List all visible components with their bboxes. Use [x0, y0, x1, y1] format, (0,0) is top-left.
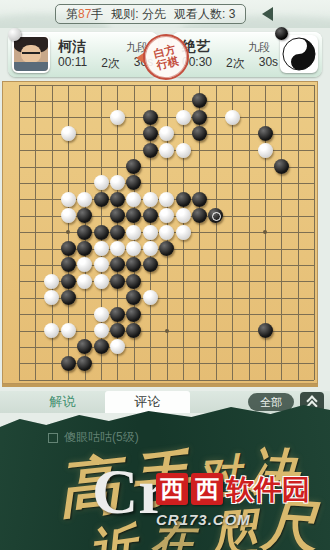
move-info-pill: 第87手 规则: 分先 观看人数: 3	[55, 4, 246, 24]
star-point	[165, 329, 169, 333]
white-stone	[159, 192, 174, 207]
black-stone	[176, 192, 191, 207]
black-stone	[77, 208, 92, 223]
white-stone	[61, 126, 76, 141]
black-stone	[126, 257, 141, 272]
black-stone	[126, 175, 141, 190]
black-stone	[110, 307, 125, 322]
white-stone	[77, 257, 92, 272]
grid-line-v	[232, 85, 233, 380]
black-stone	[143, 143, 158, 158]
byoyomi-periods: 2次	[226, 55, 245, 72]
white-stone	[94, 307, 109, 322]
avatar-shirt	[14, 62, 48, 71]
white-stone	[225, 110, 240, 125]
main-time: 00:11	[58, 55, 87, 72]
grid-line-v	[298, 85, 299, 380]
black-stone	[192, 110, 207, 125]
black-stone	[126, 159, 141, 174]
white-stone	[44, 290, 59, 305]
black-stone	[61, 241, 76, 256]
white-stone	[176, 143, 191, 158]
white-stone	[126, 192, 141, 207]
white-stone	[94, 274, 109, 289]
white-stone	[159, 143, 174, 158]
watermark-site-name: 软件园	[226, 471, 310, 509]
avatar-glasses	[22, 52, 40, 58]
black-stone	[159, 241, 174, 256]
black-stone	[110, 208, 125, 223]
collapse-arrow-icon[interactable]	[262, 7, 273, 21]
white-stone	[110, 110, 125, 125]
white-stone	[126, 225, 141, 240]
grid-line-h	[19, 314, 314, 315]
top-status-bar: 第87手 规则: 分先 观看人数: 3	[0, 0, 330, 28]
white-stone	[61, 323, 76, 338]
player-panel-black: 绝艺 九段 00:30 2次 30s	[172, 32, 322, 77]
byoyomi-seconds: 30s	[259, 55, 278, 72]
black-stone	[192, 208, 207, 223]
white-stone	[44, 274, 59, 289]
avatar-kejie[interactable]	[12, 35, 50, 73]
white-stone	[143, 225, 158, 240]
black-stone	[61, 290, 76, 305]
tab-commentary[interactable]: 解说	[20, 391, 105, 413]
black-stone	[192, 126, 207, 141]
black-stone	[110, 257, 125, 272]
grid-line-v	[281, 85, 282, 380]
watermark-domain: CR173.COM	[156, 511, 251, 528]
star-point	[263, 230, 267, 234]
grid-line-v	[314, 85, 315, 380]
black-stone-icon	[275, 27, 288, 40]
black-stone	[110, 225, 125, 240]
white-stone	[77, 192, 92, 207]
white-stone	[159, 208, 174, 223]
white-stone	[143, 241, 158, 256]
black-stone	[192, 192, 207, 207]
black-stone	[126, 274, 141, 289]
black-stone	[61, 257, 76, 272]
tab-comments[interactable]: 评论	[105, 391, 190, 413]
white-stone	[110, 241, 125, 256]
move-number: 87	[78, 7, 91, 21]
checkbox-icon[interactable]	[48, 433, 58, 443]
avatar-jueyi-yinyang[interactable]	[280, 35, 318, 73]
black-stone	[192, 93, 207, 108]
white-stone	[61, 208, 76, 223]
black-stone	[77, 225, 92, 240]
viewers-label: 观看人数: 3	[174, 6, 235, 23]
black-stone	[143, 257, 158, 272]
black-stone	[110, 192, 125, 207]
tab-bar: 解说 评论 全部	[0, 391, 330, 413]
white-stone-icon	[8, 28, 21, 41]
white-stone	[61, 192, 76, 207]
black-stone	[110, 274, 125, 289]
white-stone	[77, 274, 92, 289]
white-stone	[176, 225, 191, 240]
black-stone	[77, 241, 92, 256]
white-stone	[176, 208, 191, 223]
star-point	[66, 230, 70, 234]
black-stone	[126, 208, 141, 223]
move-counter: 第87手	[66, 6, 103, 23]
grid-line-v	[216, 85, 217, 380]
white-stone	[176, 110, 191, 125]
white-stone	[126, 241, 141, 256]
white-stone	[159, 126, 174, 141]
go-board[interactable]	[2, 81, 318, 384]
black-stone	[126, 323, 141, 338]
black-stone	[94, 225, 109, 240]
watermark-xi-box: 西	[191, 473, 223, 505]
black-stone	[126, 290, 141, 305]
white-stone	[94, 175, 109, 190]
black-stone	[143, 110, 158, 125]
white-stone	[110, 339, 125, 354]
white-stone	[94, 257, 109, 272]
black-stone	[94, 192, 109, 207]
watermark: Cr 西 西 软件园 CR173.COM	[92, 455, 312, 547]
black-stone	[77, 356, 92, 371]
black-stone-last-move	[208, 208, 223, 223]
white-stone	[159, 225, 174, 240]
black-stone	[61, 356, 76, 371]
all-filter-button[interactable]: 全部	[248, 393, 294, 411]
yinyang-icon	[282, 37, 316, 71]
black-stone	[94, 339, 109, 354]
grid-line-h	[19, 347, 314, 348]
white-stone	[143, 192, 158, 207]
black-stone	[143, 126, 158, 141]
black-stone	[61, 274, 76, 289]
white-stone	[94, 323, 109, 338]
black-stone	[143, 208, 158, 223]
player-name: 柯洁	[58, 38, 86, 56]
black-stone	[274, 159, 289, 174]
byoyomi-periods: 2次	[101, 55, 120, 72]
white-stone	[258, 143, 273, 158]
black-stone	[77, 339, 92, 354]
white-stone	[110, 175, 125, 190]
rules-label: 规则: 分先	[111, 6, 166, 23]
white-stone	[143, 290, 158, 305]
black-stone	[258, 323, 273, 338]
white-stone	[94, 241, 109, 256]
player-rank: 九段	[248, 40, 270, 55]
black-stone	[258, 126, 273, 141]
black-stone	[126, 307, 141, 322]
white-stone	[44, 323, 59, 338]
grid-line-h	[19, 380, 314, 381]
grid-line-v	[249, 85, 250, 380]
black-stone	[110, 323, 125, 338]
watermark-xi-box: 西	[156, 473, 188, 505]
